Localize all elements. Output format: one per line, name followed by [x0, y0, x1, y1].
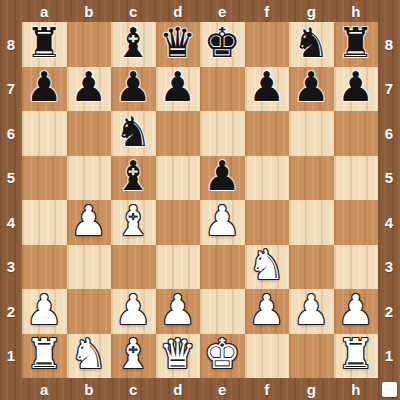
square-a8[interactable]: ♜: [22, 22, 67, 67]
rank-labels-left: 87654321: [0, 22, 22, 378]
file-label-bottom-e: e: [200, 378, 245, 400]
square-h8[interactable]: ♜: [334, 22, 379, 67]
file-label-bottom-f: f: [245, 378, 290, 400]
file-label-bottom-b: b: [67, 378, 112, 400]
piece-white-pawn[interactable]: ♟: [248, 290, 285, 331]
square-d1[interactable]: ♛: [156, 334, 201, 379]
square-b1[interactable]: ♞: [67, 334, 112, 379]
square-d8[interactable]: ♛: [156, 22, 201, 67]
piece-black-pawn[interactable]: ♟: [293, 67, 330, 108]
square-a1[interactable]: ♜: [22, 334, 67, 379]
square-f6[interactable]: [245, 111, 290, 156]
file-label-bottom-g: g: [289, 378, 334, 400]
piece-white-pawn[interactable]: ♟: [293, 290, 330, 331]
square-c5[interactable]: ♝: [111, 156, 156, 201]
square-f1[interactable]: [245, 334, 290, 379]
square-g1[interactable]: [289, 334, 334, 379]
piece-white-pawn[interactable]: ♟: [26, 290, 63, 331]
piece-black-rook[interactable]: ♜: [26, 23, 63, 64]
square-c2[interactable]: ♟: [111, 289, 156, 334]
piece-black-pawn[interactable]: ♟: [159, 67, 196, 108]
square-b4[interactable]: ♟: [67, 200, 112, 245]
rank-label-left-3: 3: [0, 245, 22, 290]
square-d6[interactable]: [156, 111, 201, 156]
square-e3[interactable]: [200, 245, 245, 290]
piece-black-knight[interactable]: ♞: [293, 23, 330, 64]
piece-black-bishop[interactable]: ♝: [115, 156, 152, 197]
rank-label-right-7: 7: [378, 67, 400, 112]
square-e6[interactable]: [200, 111, 245, 156]
chess-board: ♜♝♛♚♞♜♟♟♟♟♟♟♟♞♝♟♟♝♟♞♟♟♟♟♟♟♜♞♝♛♚♜: [22, 22, 378, 378]
rank-label-left-1: 1: [0, 334, 22, 379]
square-d4[interactable]: [156, 200, 201, 245]
piece-white-pawn[interactable]: ♟: [337, 290, 374, 331]
square-h3[interactable]: [334, 245, 379, 290]
piece-white-pawn[interactable]: ♟: [70, 201, 107, 242]
file-label-bottom-h: h: [334, 378, 379, 400]
rank-label-left-8: 8: [0, 22, 22, 67]
piece-white-bishop[interactable]: ♝: [115, 201, 152, 242]
rank-label-right-1: 1: [378, 334, 400, 379]
square-e5[interactable]: ♟: [200, 156, 245, 201]
square-e4[interactable]: ♟: [200, 200, 245, 245]
piece-white-knight[interactable]: ♞: [248, 245, 285, 286]
square-a4[interactable]: [22, 200, 67, 245]
square-a5[interactable]: [22, 156, 67, 201]
piece-black-knight[interactable]: ♞: [115, 112, 152, 153]
square-h4[interactable]: [334, 200, 379, 245]
square-h5[interactable]: [334, 156, 379, 201]
square-a7[interactable]: ♟: [22, 67, 67, 112]
rank-label-left-4: 4: [0, 200, 22, 245]
square-c3[interactable]: [111, 245, 156, 290]
piece-black-bishop[interactable]: ♝: [115, 23, 152, 64]
piece-white-king[interactable]: ♚: [204, 334, 241, 375]
square-b3[interactable]: [67, 245, 112, 290]
rank-label-right-5: 5: [378, 156, 400, 201]
square-h7[interactable]: ♟: [334, 67, 379, 112]
square-c6[interactable]: ♞: [111, 111, 156, 156]
piece-white-pawn[interactable]: ♟: [204, 201, 241, 242]
white-to-move-indicator: [382, 382, 397, 397]
file-label-bottom-c: c: [111, 378, 156, 400]
square-f4[interactable]: [245, 200, 290, 245]
square-g5[interactable]: [289, 156, 334, 201]
square-g6[interactable]: [289, 111, 334, 156]
square-b5[interactable]: [67, 156, 112, 201]
square-b8[interactable]: [67, 22, 112, 67]
rank-label-right-6: 6: [378, 111, 400, 156]
chess-board-frame: abcdefgh abcdefgh 87654321 87654321 ♜♝♛♚…: [0, 0, 400, 400]
square-b2[interactable]: [67, 289, 112, 334]
piece-black-pawn[interactable]: ♟: [248, 67, 285, 108]
square-d5[interactable]: [156, 156, 201, 201]
square-g7[interactable]: ♟: [289, 67, 334, 112]
piece-white-pawn[interactable]: ♟: [159, 290, 196, 331]
rank-label-left-2: 2: [0, 289, 22, 334]
piece-black-pawn[interactable]: ♟: [337, 67, 374, 108]
square-b7[interactable]: ♟: [67, 67, 112, 112]
square-a6[interactable]: [22, 111, 67, 156]
square-e8[interactable]: ♚: [200, 22, 245, 67]
square-g2[interactable]: ♟: [289, 289, 334, 334]
square-e1[interactable]: ♚: [200, 334, 245, 379]
rank-label-left-7: 7: [0, 67, 22, 112]
file-label-bottom-a: a: [22, 378, 67, 400]
file-label-top-f: f: [245, 0, 290, 22]
piece-black-king[interactable]: ♚: [204, 23, 241, 64]
rank-label-right-3: 3: [378, 245, 400, 290]
file-label-top-b: b: [67, 0, 112, 22]
rank-label-right-8: 8: [378, 22, 400, 67]
square-g8[interactable]: ♞: [289, 22, 334, 67]
square-h2[interactable]: ♟: [334, 289, 379, 334]
piece-white-rook[interactable]: ♜: [26, 334, 63, 375]
piece-white-bishop[interactable]: ♝: [115, 334, 152, 375]
rank-label-right-4: 4: [378, 200, 400, 245]
square-d3[interactable]: [156, 245, 201, 290]
square-b6[interactable]: [67, 111, 112, 156]
piece-black-pawn[interactable]: ♟: [26, 67, 63, 108]
square-f8[interactable]: [245, 22, 290, 67]
piece-black-pawn[interactable]: ♟: [204, 156, 241, 197]
square-c8[interactable]: ♝: [111, 22, 156, 67]
square-c1[interactable]: ♝: [111, 334, 156, 379]
square-d2[interactable]: ♟: [156, 289, 201, 334]
square-g3[interactable]: [289, 245, 334, 290]
square-e7[interactable]: [200, 67, 245, 112]
piece-black-rook[interactable]: ♜: [337, 23, 374, 64]
piece-white-queen[interactable]: ♛: [159, 334, 196, 375]
square-a3[interactable]: [22, 245, 67, 290]
square-d7[interactable]: ♟: [156, 67, 201, 112]
piece-black-queen[interactable]: ♛: [159, 23, 196, 64]
piece-black-pawn[interactable]: ♟: [115, 67, 152, 108]
square-h1[interactable]: ♜: [334, 334, 379, 379]
square-a2[interactable]: ♟: [22, 289, 67, 334]
rank-label-right-2: 2: [378, 289, 400, 334]
square-h6[interactable]: [334, 111, 379, 156]
rank-labels-right: 87654321: [378, 22, 400, 378]
piece-white-pawn[interactable]: ♟: [115, 290, 152, 331]
file-label-bottom-d: d: [156, 378, 201, 400]
rank-label-left-6: 6: [0, 111, 22, 156]
square-c7[interactable]: ♟: [111, 67, 156, 112]
square-g4[interactable]: [289, 200, 334, 245]
rank-label-left-5: 5: [0, 156, 22, 201]
square-e2[interactable]: [200, 289, 245, 334]
square-f2[interactable]: ♟: [245, 289, 290, 334]
piece-white-rook[interactable]: ♜: [337, 334, 374, 375]
piece-black-pawn[interactable]: ♟: [70, 67, 107, 108]
square-c4[interactable]: ♝: [111, 200, 156, 245]
square-f3[interactable]: ♞: [245, 245, 290, 290]
piece-white-knight[interactable]: ♞: [70, 334, 107, 375]
square-f7[interactable]: ♟: [245, 67, 290, 112]
square-f5[interactable]: [245, 156, 290, 201]
file-labels-bottom: abcdefgh: [22, 378, 378, 400]
